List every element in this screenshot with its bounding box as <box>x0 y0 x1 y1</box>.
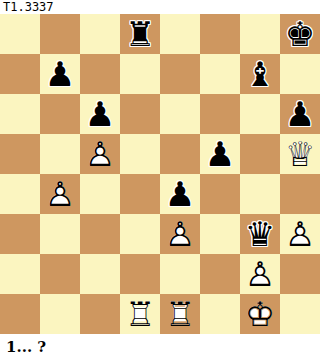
square-h1[interactable] <box>280 294 320 334</box>
square-h5[interactable]: ♛♕ <box>280 134 320 174</box>
square-c2[interactable] <box>80 254 120 294</box>
square-b8[interactable] <box>40 14 80 54</box>
square-d6[interactable] <box>120 94 160 134</box>
square-a5[interactable] <box>0 134 40 174</box>
square-b3[interactable] <box>40 214 80 254</box>
square-b4[interactable]: ♟♙ <box>40 174 80 214</box>
square-b1[interactable] <box>40 294 80 334</box>
square-h2[interactable] <box>280 254 320 294</box>
square-d2[interactable] <box>120 254 160 294</box>
square-g5[interactable] <box>240 134 280 174</box>
piece-wP-g2: ♟♙ <box>240 254 280 294</box>
square-e2[interactable] <box>160 254 200 294</box>
square-e8[interactable] <box>160 14 200 54</box>
piece-wP-h3: ♟♙ <box>280 214 320 254</box>
square-f4[interactable] <box>200 174 240 214</box>
square-b6[interactable] <box>40 94 80 134</box>
square-d1[interactable]: ♜♖ <box>120 294 160 334</box>
square-c7[interactable] <box>80 54 120 94</box>
piece-bP-b7: ♟ <box>40 54 80 94</box>
square-g7[interactable]: ♝ <box>240 54 280 94</box>
square-f5[interactable]: ♟ <box>200 134 240 174</box>
piece-wK-g1: ♚♔ <box>240 294 280 334</box>
square-b7[interactable]: ♟ <box>40 54 80 94</box>
piece-wP-c5: ♟♙ <box>80 134 120 174</box>
square-a3[interactable] <box>0 214 40 254</box>
square-c3[interactable] <box>80 214 120 254</box>
square-g4[interactable] <box>240 174 280 214</box>
move-prompt-label: 1... ? <box>6 338 46 356</box>
square-g1[interactable]: ♚♔ <box>240 294 280 334</box>
square-f8[interactable] <box>200 14 240 54</box>
square-e3[interactable]: ♟♙ <box>160 214 200 254</box>
square-d5[interactable] <box>120 134 160 174</box>
square-f2[interactable] <box>200 254 240 294</box>
square-d3[interactable] <box>120 214 160 254</box>
square-g8[interactable] <box>240 14 280 54</box>
piece-wP-e3: ♟♙ <box>160 214 200 254</box>
piece-bP-h6: ♟ <box>280 94 320 134</box>
square-a2[interactable] <box>0 254 40 294</box>
piece-bR-d8: ♜ <box>120 14 160 54</box>
square-f1[interactable] <box>200 294 240 334</box>
square-a4[interactable] <box>0 174 40 214</box>
square-e7[interactable] <box>160 54 200 94</box>
square-e1[interactable]: ♜♖ <box>160 294 200 334</box>
square-g2[interactable]: ♟♙ <box>240 254 280 294</box>
square-c5[interactable]: ♟♙ <box>80 134 120 174</box>
square-c4[interactable] <box>80 174 120 214</box>
square-c6[interactable]: ♟ <box>80 94 120 134</box>
piece-wR-e1: ♜♖ <box>160 294 200 334</box>
square-e4[interactable]: ♟ <box>160 174 200 214</box>
square-f6[interactable] <box>200 94 240 134</box>
square-f3[interactable] <box>200 214 240 254</box>
square-d8[interactable]: ♜ <box>120 14 160 54</box>
piece-wR-d1: ♜♖ <box>120 294 160 334</box>
move-prompt-bar: 1... ? <box>0 334 320 360</box>
square-d7[interactable] <box>120 54 160 94</box>
square-a6[interactable] <box>0 94 40 134</box>
square-b5[interactable] <box>40 134 80 174</box>
square-e6[interactable] <box>160 94 200 134</box>
piece-wP-b4: ♟♙ <box>40 174 80 214</box>
piece-bK-h8: ♚ <box>280 14 320 54</box>
square-b2[interactable] <box>40 254 80 294</box>
square-a8[interactable] <box>0 14 40 54</box>
square-c1[interactable] <box>80 294 120 334</box>
puzzle-id-label: T1.3337 <box>3 0 54 14</box>
square-a1[interactable] <box>0 294 40 334</box>
piece-bP-f5: ♟ <box>200 134 240 174</box>
square-f7[interactable] <box>200 54 240 94</box>
square-a7[interactable] <box>0 54 40 94</box>
square-h4[interactable] <box>280 174 320 214</box>
square-h6[interactable]: ♟ <box>280 94 320 134</box>
piece-wQ-h5: ♛♕ <box>280 134 320 174</box>
square-h3[interactable]: ♟♙ <box>280 214 320 254</box>
piece-bP-c6: ♟ <box>80 94 120 134</box>
square-c8[interactable] <box>80 14 120 54</box>
piece-bQ-g3: ♛ <box>240 214 280 254</box>
piece-bB-g7: ♝ <box>240 54 280 94</box>
puzzle-header: T1.3337 <box>0 0 320 14</box>
chess-board: ♜♚♟♝♟♟♟♙♟♛♕♟♙♟♟♙♛♟♙♟♙♜♖♜♖♚♔ <box>0 14 320 334</box>
chess-puzzle-window: T1.3337 ♜♚♟♝♟♟♟♙♟♛♕♟♙♟♟♙♛♟♙♟♙♜♖♜♖♚♔ 1...… <box>0 0 320 360</box>
square-d4[interactable] <box>120 174 160 214</box>
piece-bP-e4: ♟ <box>160 174 200 214</box>
square-g6[interactable] <box>240 94 280 134</box>
square-h7[interactable] <box>280 54 320 94</box>
square-e5[interactable] <box>160 134 200 174</box>
square-h8[interactable]: ♚ <box>280 14 320 54</box>
square-g3[interactable]: ♛ <box>240 214 280 254</box>
